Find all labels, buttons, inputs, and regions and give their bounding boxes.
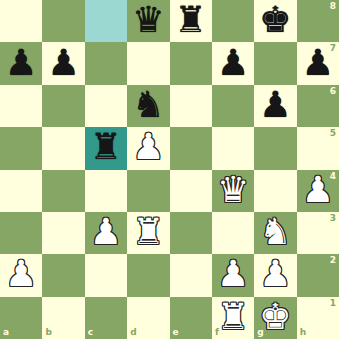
square-h7[interactable]: ♟7 — [297, 42, 339, 84]
square-b6[interactable] — [42, 85, 84, 127]
square-f8[interactable] — [212, 0, 254, 42]
square-h8[interactable]: 8 — [297, 0, 339, 42]
black-rook[interactable]: ♜ — [175, 2, 207, 38]
black-pawn[interactable]: ♟ — [47, 45, 79, 81]
square-e8[interactable]: ♜ — [170, 0, 212, 42]
square-d8[interactable]: ♛ — [127, 0, 169, 42]
square-a7[interactable]: ♟ — [0, 42, 42, 84]
square-g2[interactable]: ♟ — [254, 254, 296, 296]
square-e3[interactable] — [170, 212, 212, 254]
square-e6[interactable] — [170, 85, 212, 127]
square-e1[interactable]: e — [170, 297, 212, 339]
square-e4[interactable] — [170, 170, 212, 212]
white-pawn[interactable]: ♟ — [5, 256, 37, 292]
file-label-h: h — [300, 328, 306, 337]
square-d2[interactable] — [127, 254, 169, 296]
square-c4[interactable] — [85, 170, 127, 212]
square-h3[interactable]: 3 — [297, 212, 339, 254]
file-label-a: a — [3, 328, 9, 337]
square-g3[interactable]: ♞ — [254, 212, 296, 254]
square-a8[interactable] — [0, 0, 42, 42]
square-c1[interactable]: c — [85, 297, 127, 339]
square-c3[interactable]: ♟ — [85, 212, 127, 254]
rank-label-1: 1 — [330, 299, 336, 308]
square-c2[interactable] — [85, 254, 127, 296]
white-king[interactable]: ♚ — [259, 299, 291, 335]
white-pawn[interactable]: ♟ — [90, 214, 122, 250]
square-g1[interactable]: ♚g — [254, 297, 296, 339]
rank-label-7: 7 — [330, 44, 336, 53]
square-b3[interactable] — [42, 212, 84, 254]
rank-label-8: 8 — [330, 2, 336, 11]
square-h6[interactable]: 6 — [297, 85, 339, 127]
square-d6[interactable]: ♞ — [127, 85, 169, 127]
square-a2[interactable]: ♟ — [0, 254, 42, 296]
chess-board: ♛♜♚8♟♟♟♟7♞♟6♜♟5♛♟4♟♜♞3♟♟♟2abcde♜f♚gh1 — [0, 0, 339, 339]
file-label-g: g — [257, 328, 263, 337]
file-label-e: e — [173, 328, 179, 337]
square-e2[interactable] — [170, 254, 212, 296]
square-b1[interactable]: b — [42, 297, 84, 339]
square-a1[interactable]: a — [0, 297, 42, 339]
square-e5[interactable] — [170, 127, 212, 169]
white-pawn[interactable]: ♟ — [132, 129, 164, 165]
black-rook[interactable]: ♜ — [90, 129, 122, 165]
square-b4[interactable] — [42, 170, 84, 212]
square-b8[interactable] — [42, 0, 84, 42]
black-pawn[interactable]: ♟ — [259, 87, 291, 123]
square-h2[interactable]: 2 — [297, 254, 339, 296]
square-c8[interactable] — [85, 0, 127, 42]
square-f6[interactable] — [212, 85, 254, 127]
square-d3[interactable]: ♜ — [127, 212, 169, 254]
square-g6[interactable]: ♟ — [254, 85, 296, 127]
square-h5[interactable]: 5 — [297, 127, 339, 169]
black-pawn[interactable]: ♟ — [217, 45, 249, 81]
square-b5[interactable] — [42, 127, 84, 169]
black-king[interactable]: ♚ — [259, 2, 291, 38]
rank-label-5: 5 — [330, 129, 336, 138]
square-f1[interactable]: ♜f — [212, 297, 254, 339]
square-g8[interactable]: ♚ — [254, 0, 296, 42]
square-c7[interactable] — [85, 42, 127, 84]
black-queen[interactable]: ♛ — [132, 2, 164, 38]
square-c5[interactable]: ♜ — [85, 127, 127, 169]
rank-label-4: 4 — [330, 172, 336, 181]
square-e7[interactable] — [170, 42, 212, 84]
file-label-d: d — [130, 328, 136, 337]
square-f7[interactable]: ♟ — [212, 42, 254, 84]
square-g5[interactable] — [254, 127, 296, 169]
square-h4[interactable]: ♟4 — [297, 170, 339, 212]
white-rook[interactable]: ♜ — [217, 299, 249, 335]
square-d7[interactable] — [127, 42, 169, 84]
square-a4[interactable] — [0, 170, 42, 212]
white-queen[interactable]: ♛ — [217, 172, 249, 208]
square-f2[interactable]: ♟ — [212, 254, 254, 296]
file-label-c: c — [88, 328, 93, 337]
square-c6[interactable] — [85, 85, 127, 127]
file-label-b: b — [45, 328, 51, 337]
white-knight[interactable]: ♞ — [259, 214, 291, 250]
rank-label-6: 6 — [330, 87, 336, 96]
square-f3[interactable] — [212, 212, 254, 254]
square-d4[interactable] — [127, 170, 169, 212]
rank-label-2: 2 — [330, 256, 336, 265]
square-g7[interactable] — [254, 42, 296, 84]
square-g4[interactable] — [254, 170, 296, 212]
square-b2[interactable] — [42, 254, 84, 296]
square-a6[interactable] — [0, 85, 42, 127]
file-label-f: f — [215, 328, 219, 337]
square-h1[interactable]: h1 — [297, 297, 339, 339]
square-b7[interactable]: ♟ — [42, 42, 84, 84]
square-f4[interactable]: ♛ — [212, 170, 254, 212]
white-pawn[interactable]: ♟ — [217, 256, 249, 292]
square-d1[interactable]: d — [127, 297, 169, 339]
square-a3[interactable] — [0, 212, 42, 254]
square-a5[interactable] — [0, 127, 42, 169]
black-knight[interactable]: ♞ — [132, 87, 164, 123]
square-f5[interactable] — [212, 127, 254, 169]
square-d5[interactable]: ♟ — [127, 127, 169, 169]
white-pawn[interactable]: ♟ — [259, 256, 291, 292]
rank-label-3: 3 — [330, 214, 336, 223]
white-rook[interactable]: ♜ — [132, 214, 164, 250]
black-pawn[interactable]: ♟ — [5, 45, 37, 81]
